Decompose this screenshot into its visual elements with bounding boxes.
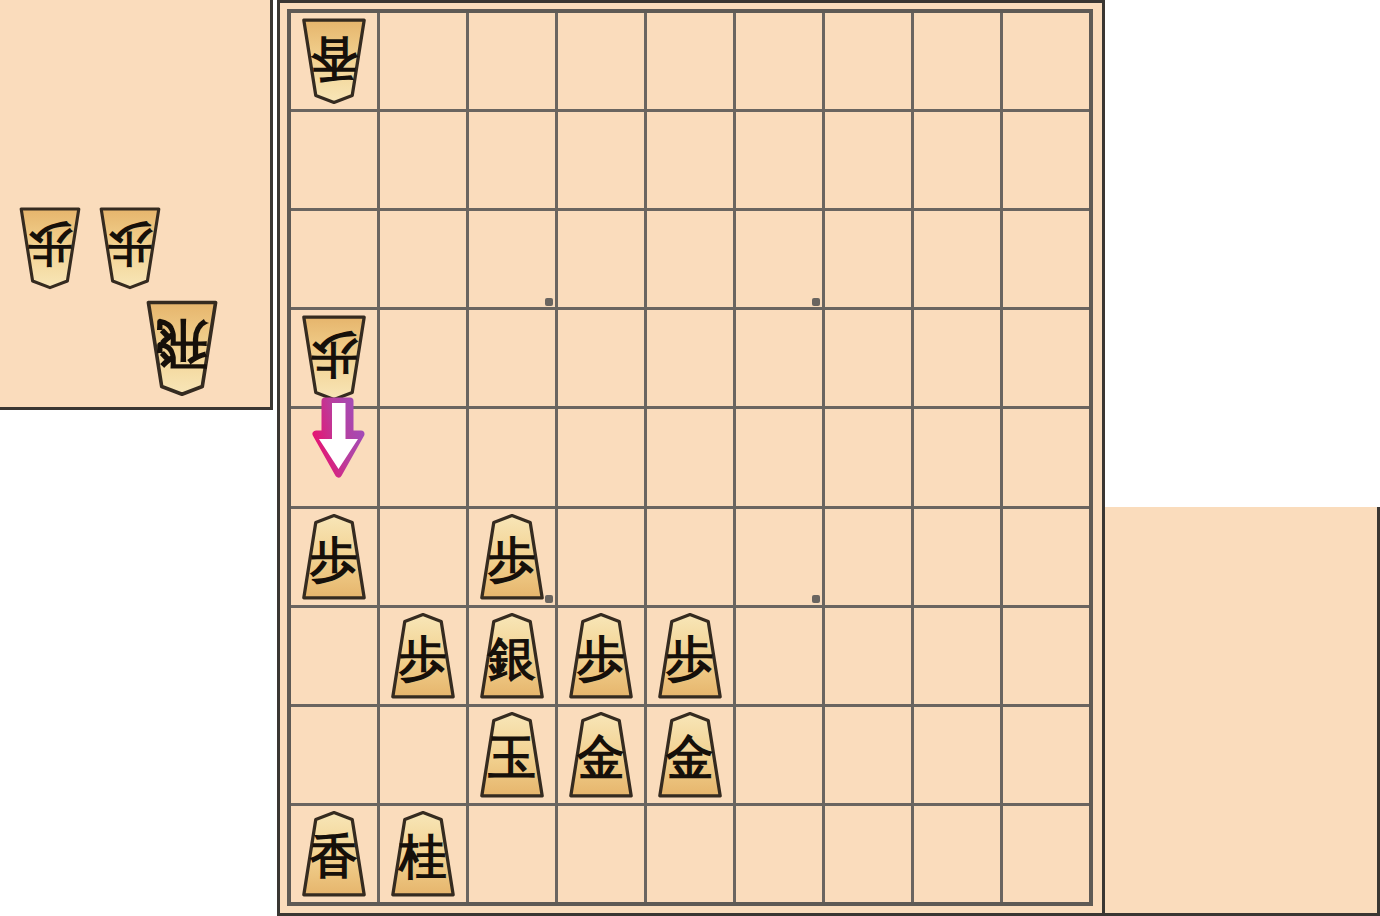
board-cell[interactable]: 桂 <box>380 806 466 902</box>
board-cell[interactable] <box>825 13 911 109</box>
board-cell[interactable] <box>736 608 822 704</box>
board-cell[interactable]: 玉 <box>469 707 555 803</box>
board-cell[interactable] <box>914 509 1000 605</box>
svg-text:歩: 歩 <box>576 630 625 686</box>
board-cell[interactable]: 歩 <box>647 608 733 704</box>
board-cell[interactable]: 歩 <box>291 310 377 406</box>
gote-hand-tray: 歩歩飛 <box>0 0 273 410</box>
board-cell[interactable] <box>914 707 1000 803</box>
svg-text:香: 香 <box>310 31 359 87</box>
svg-text:歩: 歩 <box>107 218 154 272</box>
board-cell[interactable] <box>469 211 555 307</box>
svg-text:歩: 歩 <box>398 630 447 686</box>
board-cell[interactable]: 歩 <box>469 509 555 605</box>
board-cell[interactable] <box>825 310 911 406</box>
board-cell[interactable]: 歩 <box>380 608 466 704</box>
board-cell[interactable] <box>1003 112 1089 208</box>
board-cell[interactable] <box>914 310 1000 406</box>
board-cell[interactable] <box>1003 509 1089 605</box>
board-cell[interactable] <box>647 112 733 208</box>
board-cell[interactable] <box>1003 310 1089 406</box>
star-point <box>812 298 820 306</box>
svg-text:銀: 銀 <box>486 630 536 686</box>
board-cell[interactable] <box>380 13 466 109</box>
board-cell[interactable] <box>291 112 377 208</box>
board-cell[interactable]: 歩 <box>291 509 377 605</box>
svg-text:香: 香 <box>309 828 358 884</box>
piece-gold-sente[interactable]: 金 <box>652 711 728 799</box>
board-cell[interactable] <box>647 13 733 109</box>
board-cell[interactable] <box>380 112 466 208</box>
board-cell[interactable] <box>914 112 1000 208</box>
board-cell[interactable] <box>1003 211 1089 307</box>
piece-king-sente[interactable]: 玉 <box>474 711 550 799</box>
board-cell[interactable] <box>380 409 466 505</box>
board-cell[interactable] <box>825 211 911 307</box>
board-cell[interactable] <box>558 409 644 505</box>
board-cell[interactable] <box>736 310 822 406</box>
board-cell[interactable] <box>380 211 466 307</box>
board-cell[interactable] <box>825 806 911 902</box>
board-cell[interactable] <box>647 211 733 307</box>
board-cell[interactable]: 香 <box>291 806 377 902</box>
board-cell[interactable] <box>1003 707 1089 803</box>
board-cell[interactable] <box>647 409 733 505</box>
board-cell[interactable]: 銀 <box>469 608 555 704</box>
board-cell[interactable] <box>291 707 377 803</box>
board-cell[interactable] <box>825 509 911 605</box>
board-cell[interactable]: 金 <box>647 707 733 803</box>
piece-rook-gote[interactable]: 飛 <box>140 299 224 397</box>
board-cell[interactable] <box>1003 608 1089 704</box>
board-cell[interactable] <box>558 310 644 406</box>
board-cell[interactable] <box>647 509 733 605</box>
shogi-diagram: 歩歩飛 香歩歩歩歩銀歩歩玉金金香桂 <box>0 0 1380 916</box>
board-cell[interactable] <box>736 112 822 208</box>
piece-pawn-sente[interactable]: 歩 <box>296 513 372 601</box>
board-cell[interactable] <box>380 310 466 406</box>
piece-pawn-gote[interactable]: 歩 <box>14 204 86 292</box>
shogi-board-grid: 香歩歩歩歩銀歩歩玉金金香桂 <box>287 9 1093 906</box>
hand-piece-pawn[interactable]: 歩 <box>14 204 86 292</box>
board-cell[interactable] <box>825 409 911 505</box>
piece-knight-sente[interactable]: 桂 <box>385 810 461 898</box>
shogi-board: 香歩歩歩歩銀歩歩玉金金香桂 <box>277 0 1105 916</box>
board-cell[interactable] <box>291 608 377 704</box>
board-cell[interactable] <box>469 409 555 505</box>
board-cell[interactable] <box>914 211 1000 307</box>
board-cell[interactable] <box>469 310 555 406</box>
board-cell[interactable] <box>469 13 555 109</box>
svg-text:玉: 玉 <box>487 729 536 785</box>
hand-piece-rook[interactable]: 飛 <box>140 299 224 397</box>
board-cell[interactable] <box>736 211 822 307</box>
star-point <box>545 298 553 306</box>
board-cell[interactable] <box>380 707 466 803</box>
board-cell[interactable]: 香 <box>291 13 377 109</box>
board-cell[interactable] <box>736 509 822 605</box>
piece-pawn-sente[interactable]: 歩 <box>652 612 728 700</box>
board-cell[interactable]: 歩 <box>558 608 644 704</box>
piece-pawn-gote[interactable]: 歩 <box>296 314 372 402</box>
board-cell[interactable] <box>1003 806 1089 902</box>
svg-text:金: 金 <box>665 729 714 785</box>
board-cell[interactable] <box>647 806 733 902</box>
board-cell[interactable] <box>914 806 1000 902</box>
piece-pawn-sente[interactable]: 歩 <box>474 513 550 601</box>
svg-text:歩: 歩 <box>487 531 536 587</box>
board-cell[interactable] <box>469 112 555 208</box>
piece-lance-gote[interactable]: 香 <box>296 17 372 105</box>
svg-text:歩: 歩 <box>310 328 359 384</box>
piece-pawn-sente[interactable]: 歩 <box>563 612 639 700</box>
board-cell[interactable] <box>469 806 555 902</box>
board-cell[interactable] <box>736 13 822 109</box>
board-cell[interactable] <box>291 211 377 307</box>
piece-pawn-sente[interactable]: 歩 <box>385 612 461 700</box>
board-cell[interactable]: 金 <box>558 707 644 803</box>
board-cell[interactable] <box>736 409 822 505</box>
piece-gold-sente[interactable]: 金 <box>563 711 639 799</box>
board-cell[interactable] <box>914 409 1000 505</box>
board-cell[interactable] <box>558 112 644 208</box>
star-point <box>545 595 553 603</box>
board-cell[interactable] <box>1003 13 1089 109</box>
board-cell[interactable] <box>914 13 1000 109</box>
board-cell[interactable] <box>914 608 1000 704</box>
hand-piece-pawn[interactable]: 歩 <box>94 204 166 292</box>
svg-text:金: 金 <box>576 729 625 785</box>
board-cell[interactable] <box>825 608 911 704</box>
board-cell[interactable] <box>825 112 911 208</box>
sente-hand-tray <box>1105 507 1380 916</box>
piece-pawn-gote[interactable]: 歩 <box>94 204 166 292</box>
board-cell[interactable] <box>736 707 822 803</box>
board-cell[interactable] <box>558 806 644 902</box>
board-cell[interactable] <box>380 509 466 605</box>
svg-text:歩: 歩 <box>309 531 358 587</box>
svg-text:桂: 桂 <box>397 828 447 884</box>
svg-text:歩: 歩 <box>27 218 74 272</box>
star-point <box>812 595 820 603</box>
board-cell[interactable] <box>558 509 644 605</box>
board-cell[interactable] <box>647 310 733 406</box>
svg-text:飛: 飛 <box>155 313 209 376</box>
board-cell[interactable] <box>825 707 911 803</box>
piece-silver-sente[interactable]: 銀 <box>474 612 550 700</box>
move-arrow-down <box>311 396 366 480</box>
svg-text:歩: 歩 <box>665 630 714 686</box>
board-cell[interactable] <box>558 211 644 307</box>
board-cell[interactable] <box>736 806 822 902</box>
piece-lance-sente[interactable]: 香 <box>296 810 372 898</box>
board-cell[interactable] <box>558 13 644 109</box>
board-cell[interactable] <box>1003 409 1089 505</box>
